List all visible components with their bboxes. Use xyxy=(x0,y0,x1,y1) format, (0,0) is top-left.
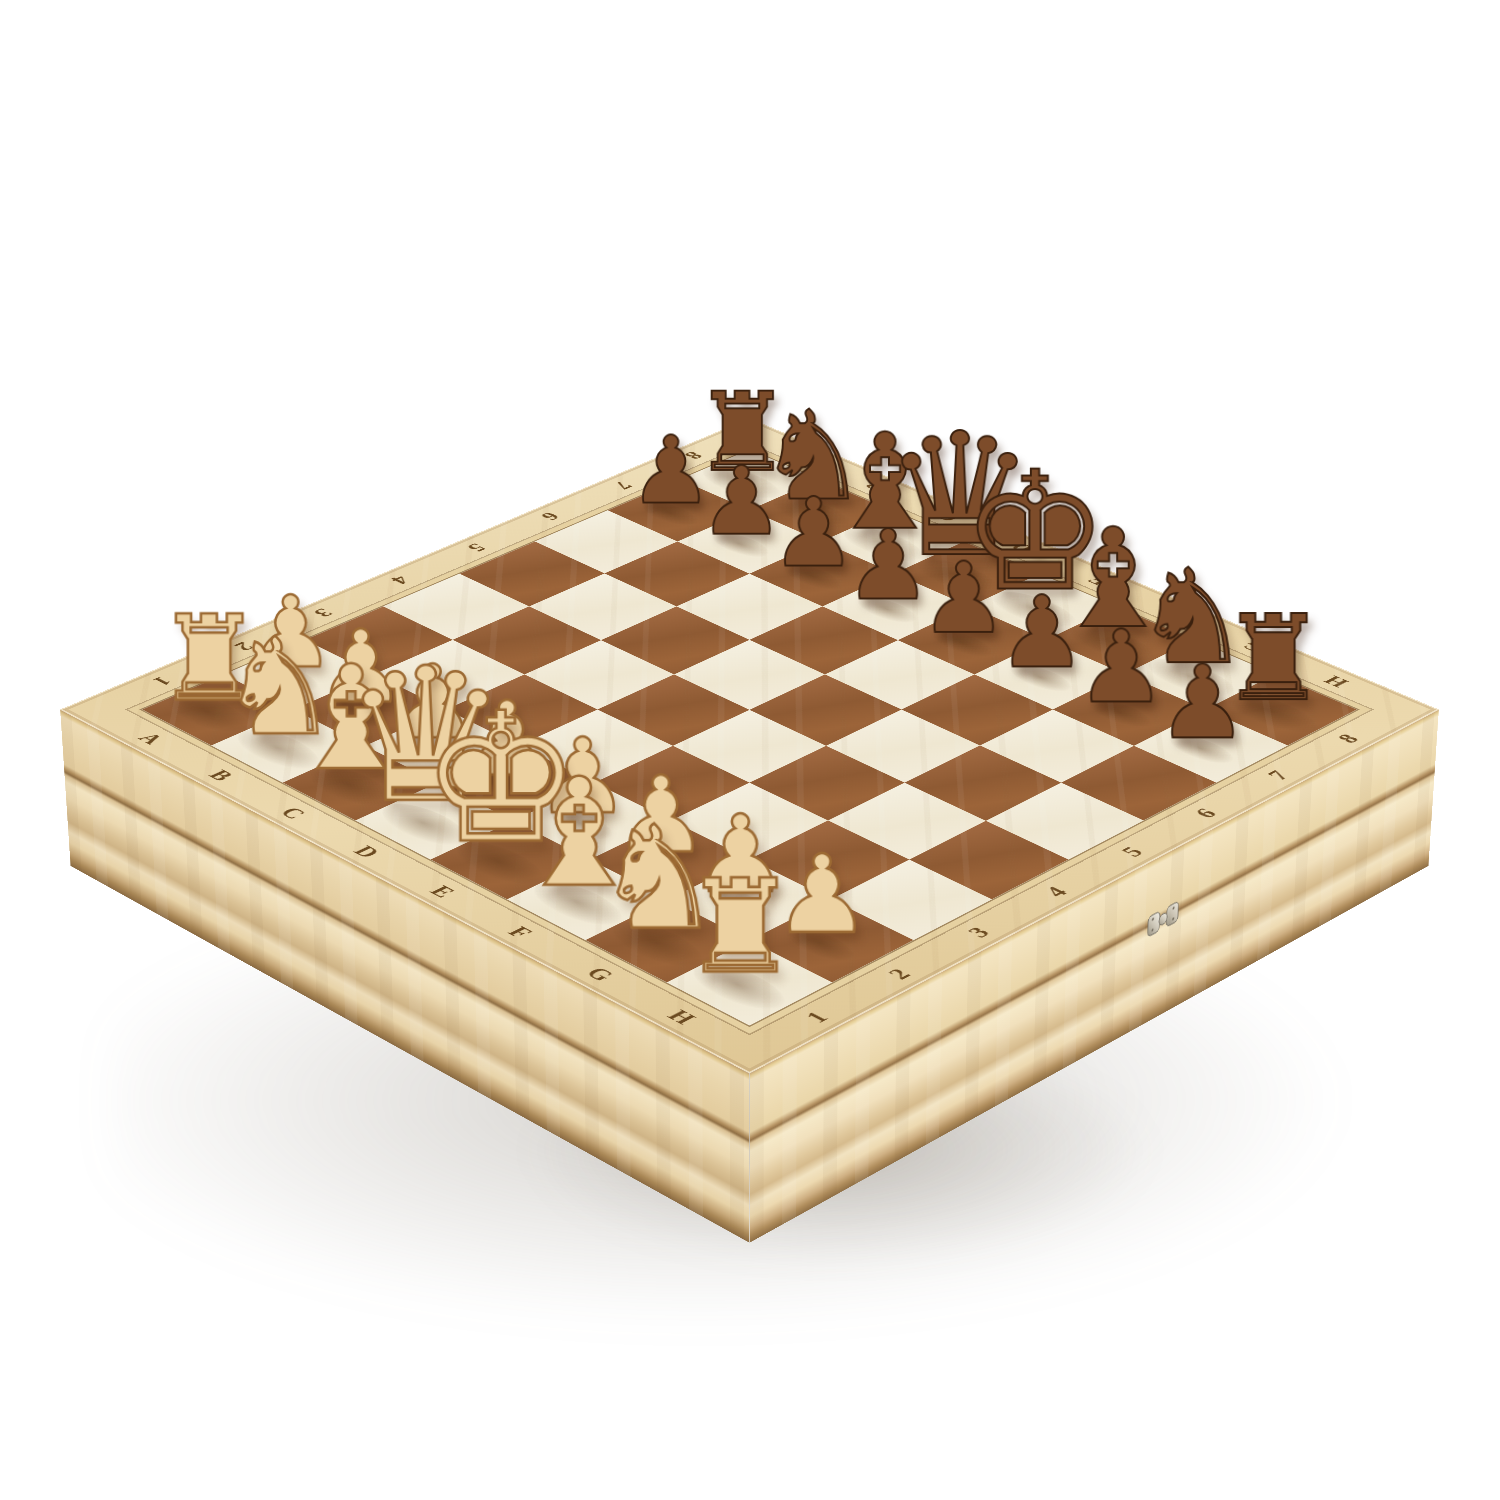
piece-black-pawn[interactable]: ♟ xyxy=(1077,617,1167,717)
photo-stage: ABCDEFGH ABCDEFGH 87654321 87654321 ♜♞♝♛… xyxy=(0,0,1500,1500)
piece-white-rook[interactable]: ♜ xyxy=(683,862,799,991)
clasp-icon[interactable] xyxy=(1146,894,1180,944)
piece-black-pawn[interactable]: ♟ xyxy=(1158,652,1249,753)
